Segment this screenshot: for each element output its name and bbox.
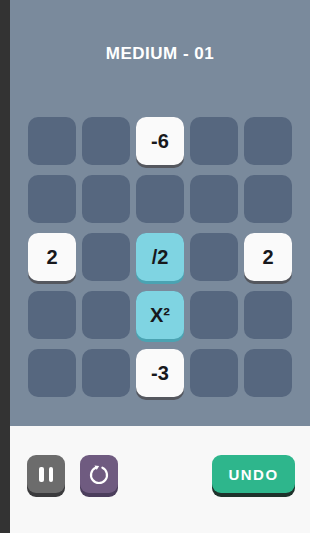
board-cell — [190, 233, 238, 281]
pause-button[interactable] — [27, 455, 65, 493]
board-cell — [244, 117, 292, 165]
board-cell — [244, 175, 292, 223]
board-cell — [82, 291, 130, 339]
number-tile[interactable]: -6 — [136, 117, 184, 165]
operation-tile[interactable]: X² — [136, 291, 184, 339]
undo-button[interactable]: UNDO — [212, 455, 295, 493]
board-cell — [190, 117, 238, 165]
operation-tile[interactable]: /2 — [136, 233, 184, 281]
board-cell — [190, 349, 238, 397]
board-cell — [82, 175, 130, 223]
board-cell — [190, 175, 238, 223]
level-title: MEDIUM - 01 — [10, 44, 310, 64]
board-cell — [244, 291, 292, 339]
board-cell — [28, 349, 76, 397]
number-tile[interactable]: 2 — [244, 233, 292, 281]
bottom-toolbar: UNDO — [10, 426, 310, 533]
board-cell: X² — [136, 291, 184, 339]
restart-icon — [87, 462, 111, 486]
board-cell — [28, 291, 76, 339]
board-cell: 2 — [244, 233, 292, 281]
number-tile[interactable]: 2 — [28, 233, 76, 281]
undo-label: UNDO — [228, 466, 278, 483]
board-cell: /2 — [136, 233, 184, 281]
pause-icon — [39, 467, 53, 482]
board-cell — [244, 349, 292, 397]
number-tile[interactable]: -3 — [136, 349, 184, 397]
board-cell — [190, 291, 238, 339]
board-cell — [28, 175, 76, 223]
board-cell — [82, 233, 130, 281]
board-cell — [136, 175, 184, 223]
board-cell: 2 — [28, 233, 76, 281]
board-cell — [82, 349, 130, 397]
restart-button[interactable] — [80, 455, 118, 493]
board-cell — [28, 117, 76, 165]
game-screen: MEDIUM - 01 -62/22X²-3 UNDO — [10, 0, 310, 533]
board-cell: -6 — [136, 117, 184, 165]
board-cell — [82, 117, 130, 165]
puzzle-board: -62/22X²-3 — [28, 117, 292, 397]
board-cell: -3 — [136, 349, 184, 397]
